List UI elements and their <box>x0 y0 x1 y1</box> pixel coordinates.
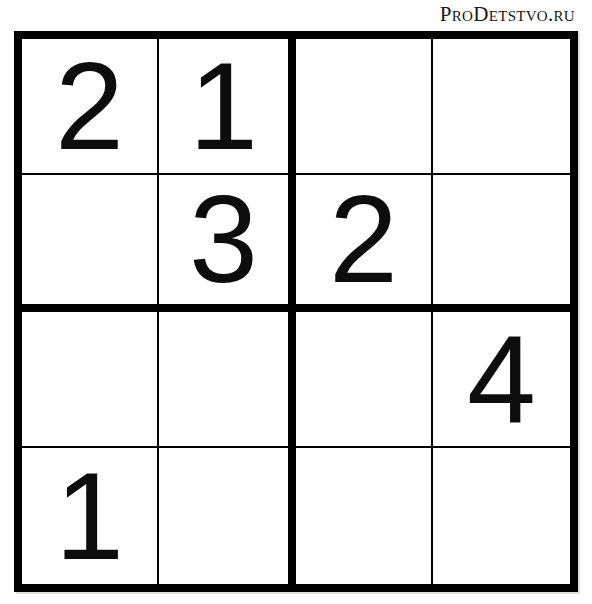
cell-r2c2[interactable]: 3 <box>159 175 296 311</box>
cell-r1c3[interactable] <box>296 39 433 175</box>
given-digit: 2 <box>55 44 124 168</box>
cell-r3c2[interactable] <box>159 312 296 448</box>
given-digit: 2 <box>329 177 398 301</box>
cell-r1c2[interactable]: 1 <box>159 39 296 175</box>
cell-r2c4[interactable] <box>433 175 570 311</box>
site-watermark: ProDetstvo.ru <box>440 2 575 27</box>
cell-r4c3[interactable] <box>296 448 433 584</box>
cell-r3c1[interactable] <box>22 312 159 448</box>
cell-r2c1[interactable] <box>22 175 159 311</box>
given-digit: 4 <box>467 317 536 441</box>
cell-r3c3[interactable] <box>296 312 433 448</box>
cell-r4c4[interactable] <box>433 448 570 584</box>
cell-r1c4[interactable] <box>433 39 570 175</box>
cell-r1c1[interactable]: 2 <box>22 39 159 175</box>
cell-r2c3[interactable]: 2 <box>296 175 433 311</box>
given-digit: 1 <box>189 44 258 168</box>
cell-r3c4[interactable]: 4 <box>433 312 570 448</box>
sudoku-board: 213241 <box>14 31 578 592</box>
given-digit: 1 <box>55 454 124 578</box>
given-digit: 3 <box>189 177 258 301</box>
cell-r4c1[interactable]: 1 <box>22 448 159 584</box>
cell-r4c2[interactable] <box>159 448 296 584</box>
